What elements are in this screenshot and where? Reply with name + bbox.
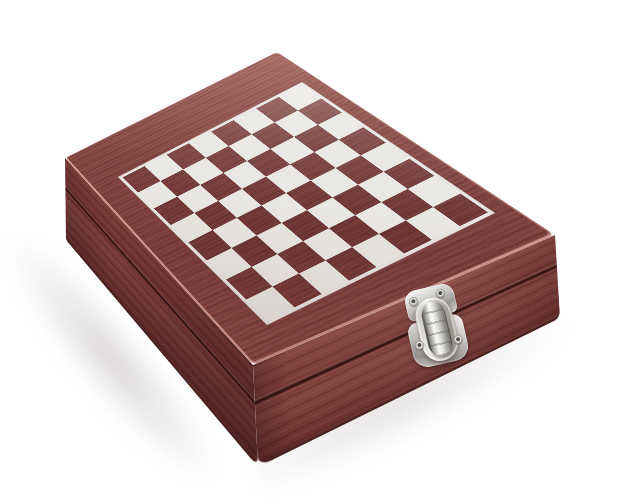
product-photo-scene <box>0 0 628 500</box>
